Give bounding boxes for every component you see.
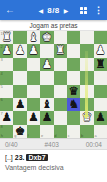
square-h1[interactable]: 1♜ [0, 31, 13, 44]
square-a3[interactable]: ♜ [94, 58, 107, 71]
piece-white-pawn-a2[interactable]: ♟ [94, 44, 107, 57]
piece-black-pawn-f7[interactable]: ♟ [27, 111, 40, 124]
square-b4[interactable] [80, 71, 93, 84]
square-e8[interactable]: e [40, 125, 53, 138]
piece-white-king-e1[interactable]: ♚ [40, 31, 53, 44]
app-bar: ← ◀ 8/8 ▶ ⋮ [0, 0, 107, 20]
square-h4[interactable]: 4 [0, 71, 13, 84]
square-f7[interactable]: ♟ [27, 111, 40, 124]
piece-white-pawn-e3[interactable]: ♟ [40, 58, 53, 71]
square-d3[interactable] [54, 58, 67, 71]
square-c5[interactable]: ♛ [67, 85, 80, 98]
file-label-d: d [54, 134, 56, 138]
file-label-e: e [41, 134, 43, 138]
rank-label-5: 5 [1, 85, 3, 89]
square-g2[interactable]: ♟ [13, 44, 26, 57]
piece-black-pawn-h7[interactable]: ♟ [0, 111, 13, 124]
rank-label-4: 4 [1, 72, 3, 76]
piece-white-pawn-f2[interactable]: ♟ [27, 44, 40, 57]
rank-label-8: 8 [1, 125, 3, 129]
rank-label-6: 6 [1, 98, 3, 102]
square-d8[interactable]: d [54, 125, 67, 138]
square-e3[interactable]: ♟ [40, 58, 53, 71]
turn-banner-text: Jogam as pretas [29, 22, 77, 29]
square-c4[interactable] [67, 71, 80, 84]
piece-black-pawn-a7[interactable]: ♟ [94, 111, 107, 124]
square-c7[interactable] [67, 111, 80, 124]
square-g4[interactable] [13, 71, 26, 84]
square-h7[interactable]: 7♟ [0, 111, 13, 124]
piece-black-bishop-e6[interactable]: ♝ [40, 98, 53, 111]
square-h5[interactable]: 5 [0, 85, 13, 98]
square-g6[interactable]: ♟ [13, 98, 26, 111]
move-number: 23. [15, 154, 25, 161]
square-e7[interactable]: ♟ [40, 111, 53, 124]
square-g8[interactable]: g♚ [13, 125, 26, 138]
piece-white-pawn-h2[interactable]: ♟ [0, 44, 13, 57]
square-b3[interactable] [80, 58, 93, 71]
square-a4[interactable] [94, 71, 107, 84]
evaluation-text: Vantagem decisiva [5, 163, 107, 172]
piece-black-pawn-e7[interactable]: ♟ [40, 111, 53, 124]
square-b6[interactable] [80, 98, 93, 111]
piece-black-king-g8[interactable]: ♚ [13, 125, 26, 138]
square-f2[interactable]: ♟ [27, 44, 40, 57]
square-h2[interactable]: 2♟ [0, 44, 13, 57]
square-f6[interactable] [27, 98, 40, 111]
square-d4[interactable] [54, 71, 67, 84]
puzzle-id: #403 [44, 141, 58, 148]
prev-puzzle-icon[interactable]: ◀ [39, 7, 44, 14]
square-a8[interactable]: a [94, 125, 107, 138]
square-g1[interactable] [13, 31, 26, 44]
square-g5[interactable] [13, 85, 26, 98]
square-d2[interactable]: ♜ [54, 44, 67, 57]
square-e4[interactable] [40, 71, 53, 84]
clock: 00:04 [86, 141, 102, 148]
square-h6[interactable]: 6 [0, 98, 13, 111]
square-e1[interactable]: ♚ [40, 31, 53, 44]
piece-white-pawn-g2[interactable]: ♟ [13, 44, 26, 57]
square-d1[interactable] [54, 31, 67, 44]
square-h8[interactable]: 8h [0, 125, 13, 138]
square-e5[interactable] [40, 85, 53, 98]
square-a1[interactable] [94, 31, 107, 44]
square-a2[interactable]: ♟ [94, 44, 107, 57]
square-b1[interactable] [80, 31, 93, 44]
puzzle-position-label: 8/8 [47, 6, 60, 15]
square-d5[interactable] [54, 85, 67, 98]
file-label-a: a [94, 134, 96, 138]
piece-white-queen-b7[interactable]: ♛ [80, 111, 93, 124]
piece-black-queen-c5[interactable]: ♛ [67, 85, 80, 98]
square-b8[interactable]: b [80, 125, 93, 138]
square-a6[interactable] [94, 98, 107, 111]
status-bar: 0/40 #403 00:04 [0, 138, 107, 150]
next-puzzle-icon[interactable]: ▶ [64, 7, 69, 14]
rank-label-3: 3 [1, 58, 3, 62]
file-label-b: b [81, 134, 83, 138]
square-f4[interactable] [27, 71, 40, 84]
square-f8[interactable]: f [27, 125, 40, 138]
collapsed-moves-button[interactable]: [..] [5, 154, 13, 161]
square-b5[interactable] [80, 85, 93, 98]
square-e2[interactable] [40, 44, 53, 57]
piece-black-rook-a3[interactable]: ♜ [94, 58, 107, 71]
square-f3[interactable] [27, 58, 40, 71]
piece-white-rook-d2[interactable]: ♜ [54, 44, 67, 57]
file-label-c: c [68, 134, 70, 138]
file-label-f: f [28, 134, 29, 138]
puzzle-navigator: ◀ 8/8 ▶ [0, 0, 107, 20]
square-g7[interactable] [13, 111, 26, 124]
square-f1[interactable]: ♝ [27, 31, 40, 44]
file-label-h: h [1, 134, 3, 138]
square-c6[interactable]: ♞ [67, 98, 80, 111]
piece-white-bishop-f1[interactable]: ♝ [27, 31, 40, 44]
square-c8[interactable]: c [67, 125, 80, 138]
current-move-chip[interactable]: Dxb7 [26, 154, 47, 161]
square-a5[interactable] [94, 85, 107, 98]
square-a7[interactable]: ♟ [94, 111, 107, 124]
turn-banner: Jogam as pretas [0, 20, 107, 31]
square-g3[interactable] [13, 58, 26, 71]
square-d7[interactable] [54, 111, 67, 124]
move-line: [..] 23. Dxb7 [5, 153, 107, 162]
piece-black-pawn-g6[interactable]: ♟ [13, 98, 26, 111]
square-e6[interactable]: ♝ [40, 98, 53, 111]
progress-counter: 0/40 [5, 141, 18, 148]
square-d6[interactable] [54, 98, 67, 111]
square-b2[interactable] [80, 44, 93, 57]
move-panel: [..] 23. Dxb7 Vantagem decisiva [0, 150, 107, 182]
piece-black-knight-c6[interactable]: ♞ [67, 98, 80, 111]
square-h3[interactable]: 3 [0, 58, 13, 71]
chess-board[interactable]: 1♜♝♚2♟♟♟♜♟3♟♜45♛6♟♝♞7♟♟♟♛♟8hg♚fedcba [0, 31, 107, 138]
piece-white-rook-h1[interactable]: ♜ [0, 31, 13, 44]
square-f5[interactable] [27, 85, 40, 98]
square-c1[interactable] [67, 31, 80, 44]
square-c3[interactable] [67, 58, 80, 71]
square-c2[interactable] [67, 44, 80, 57]
square-b7[interactable]: ♛ [80, 111, 93, 124]
